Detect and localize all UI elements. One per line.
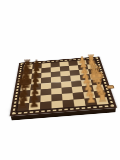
square [62, 93, 74, 100]
square [51, 100, 63, 108]
square [51, 77, 61, 83]
square: ♛ [21, 79, 31, 85]
square [62, 100, 74, 108]
square: ♞ [94, 91, 107, 98]
square: ♝ [19, 90, 30, 97]
square: ♜ [96, 97, 109, 105]
board-squares: ♜♟♟♜♞♟♟♞♝♟♟♝♛♟♟♛♚♟♟♚♝♟♟♝♞♟♟♞♜♟♟♜ [17, 59, 108, 111]
board-tilt-wrapper: ♜♟♟♜♞♟♟♞♝♟♟♝♛♟♟♛♚♟♟♚♝♟♟♝♞♟♟♞♜♟♟♜ [12, 33, 111, 132]
square: ♟ [29, 102, 41, 110]
square: ♜ [17, 103, 29, 111]
square [40, 101, 51, 109]
chess-set-photo: ♜♟♟♜♞♟♟♞♝♟♟♝♛♟♟♛♚♟♟♚♝♟♟♝♞♟♟♞♜♟♟♜ [0, 0, 120, 160]
square [70, 75, 81, 81]
chess-board: ♜♟♟♜♞♟♟♞♝♟♟♝♛♟♟♛♚♟♟♚♝♟♟♝♞♟♟♞♜♟♟♜ [10, 56, 117, 116]
board-clasp [106, 85, 115, 89]
square: ♟ [80, 74, 91, 80]
square: ♝ [22, 74, 32, 80]
